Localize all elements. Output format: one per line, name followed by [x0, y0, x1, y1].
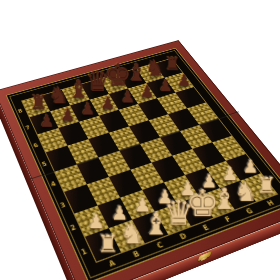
square-c4[interactable] [98, 151, 130, 177]
file-label-a: A [98, 254, 128, 273]
perspective-wrapper: ABCDEFGH 87654321 ♜♞♝♛♚♝♞♜♟♟♟♟♟♟♟♟♟♟♟♟♟♟… [24, 28, 256, 260]
chess-board-box: ABCDEFGH 87654321 ♜♞♝♛♚♝♞♜♟♟♟♟♟♟♟♟♟♟♟♟♟♟… [0, 40, 280, 280]
square-a4[interactable] [55, 164, 87, 191]
rank-label-4: 4 [44, 172, 62, 195]
square-b4[interactable] [77, 157, 109, 184]
clasp-latch-icon [198, 251, 212, 261]
rank-label-3: 3 [53, 193, 72, 218]
piece-white-rook[interactable]: ♜ [89, 232, 127, 257]
rank-label-5: 5 [36, 153, 53, 175]
square-d4[interactable] [119, 144, 151, 170]
square-a5[interactable] [46, 146, 77, 172]
product-photo-scene: ABCDEFGH 87654321 ♜♞♝♛♚♝♞♜♟♟♟♟♟♟♟♟♟♟♟♟♟♟… [0, 0, 280, 280]
